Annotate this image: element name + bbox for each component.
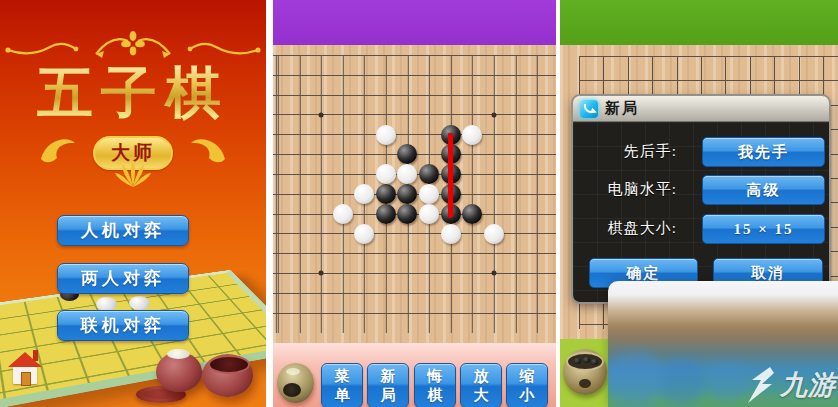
black-stone-in-bowl xyxy=(574,358,581,364)
white-stone xyxy=(419,184,439,204)
dialog-header-bar xyxy=(560,0,838,45)
black-stone xyxy=(397,204,417,224)
dialog-title-bar: 新局 xyxy=(573,96,829,122)
gomoku-board[interactable] xyxy=(273,45,556,344)
white-stone xyxy=(419,204,439,224)
bowl-opening xyxy=(208,355,250,374)
home-door xyxy=(21,372,31,386)
label-ai-level: 电脑水平: xyxy=(573,180,677,199)
toolbar-label: 菜单 xyxy=(334,367,350,405)
bowl-notch xyxy=(579,379,591,388)
home-icon[interactable] xyxy=(8,349,42,387)
toolbar-button-new-game[interactable]: 新局 xyxy=(367,363,409,407)
white-stone xyxy=(333,204,353,224)
toolbar-label: 放大 xyxy=(473,367,489,405)
label-first-move: 先后手: xyxy=(573,142,677,161)
white-stone xyxy=(354,224,374,244)
option-first-move[interactable]: 我先手 xyxy=(702,137,825,167)
pot-mouth xyxy=(283,383,301,397)
watermark-text: 九游 xyxy=(780,367,836,403)
home-roof xyxy=(8,352,42,367)
toolbar-label: 悔棋 xyxy=(427,367,443,405)
toolbar-button-undo[interactable]: 悔棋 xyxy=(414,363,456,407)
white-stone xyxy=(441,224,461,244)
game-panel: 菜单 新局 悔棋 放大 缩小 xyxy=(273,0,556,407)
menu-button-two-players[interactable]: 两人对弈 xyxy=(57,263,189,294)
go-bowl-closed xyxy=(156,352,202,392)
dialog-title: 新局 xyxy=(605,99,639,118)
open-stone-bowl-icon xyxy=(563,349,607,395)
watermark: 九游 xyxy=(746,367,836,403)
badge-fan-ornament-icon xyxy=(78,160,188,188)
toolbar-button-zoom-out[interactable]: 缩小 xyxy=(506,363,548,407)
star-point xyxy=(491,112,496,117)
blurred-overlay: 九游 xyxy=(608,281,838,407)
white-stone xyxy=(376,125,396,145)
toolbar-label: 新局 xyxy=(380,367,396,405)
white-stone xyxy=(484,224,504,244)
decor-white-stone xyxy=(129,296,150,310)
black-stone xyxy=(376,204,396,224)
go-bowl-open xyxy=(202,354,253,397)
label-board-size: 棋盘大小: xyxy=(573,219,677,238)
star-point xyxy=(319,112,324,117)
game-header-bar xyxy=(273,0,556,45)
black-stone xyxy=(419,164,439,184)
pot-shine xyxy=(286,368,300,375)
menu-button-online[interactable]: 联机对弈 xyxy=(57,310,189,341)
black-stone xyxy=(462,204,482,224)
white-stone xyxy=(397,164,417,184)
9game-logo-icon xyxy=(746,367,776,403)
menu-button-human-vs-ai[interactable]: 人机对弈 xyxy=(57,215,189,246)
white-stone xyxy=(462,125,482,145)
option-ai-level[interactable]: 高级 xyxy=(702,175,825,205)
game-toolbar: 菜单 新局 悔棋 放大 缩小 xyxy=(273,343,556,407)
win-line xyxy=(448,133,453,218)
decor-white-stone xyxy=(96,297,117,311)
black-stone xyxy=(397,184,417,204)
black-stone-in-bowl xyxy=(591,359,598,365)
toolbar-button-zoom-in[interactable]: 放大 xyxy=(460,363,502,407)
main-menu-panel: 五子棋 大师 人机对弈 两人对弈 联机对弈 xyxy=(0,0,266,407)
app-title: 五子棋 xyxy=(0,56,266,132)
toolbar-button-menu[interactable]: 菜单 xyxy=(321,363,363,407)
white-stone xyxy=(354,184,374,204)
toolbar-label: 缩小 xyxy=(519,367,535,405)
black-stone xyxy=(397,144,417,164)
stone-pot-icon xyxy=(277,363,314,403)
black-stone xyxy=(376,184,396,204)
bowl-rim xyxy=(566,352,604,371)
option-board-size[interactable]: 15 × 15 xyxy=(702,214,825,244)
dialog-body: 先后手: 我先手 电脑水平: 高级 棋盘大小: 15 × 15 确定 取消 xyxy=(573,122,829,302)
star-point xyxy=(319,271,324,276)
white-stone xyxy=(376,164,396,184)
new-game-dialog: 新局 先后手: 我先手 电脑水平: 高级 棋盘大小: 15 × 15 确定 取消 xyxy=(573,96,829,302)
screenshot-root: 五子棋 大师 人机对弈 两人对弈 联机对弈 xyxy=(0,0,838,407)
star-point xyxy=(491,271,496,276)
black-stone-in-bowl xyxy=(583,357,590,363)
new-game-icon xyxy=(580,100,598,118)
white-stones-peek xyxy=(167,349,190,359)
